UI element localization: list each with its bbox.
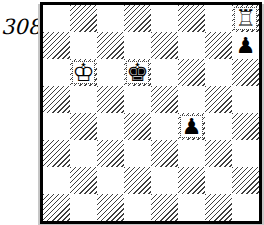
square-d5 (124, 86, 151, 113)
square-c4 (97, 113, 124, 140)
square-e2 (151, 167, 178, 194)
square-g3 (205, 140, 232, 167)
square-c2 (97, 167, 124, 194)
square-f2 (178, 167, 205, 194)
square-d7 (124, 32, 151, 59)
square-e7 (151, 32, 178, 59)
square-e4 (151, 113, 178, 140)
square-a7 (43, 32, 70, 59)
square-g5 (205, 86, 232, 113)
square-e5 (151, 86, 178, 113)
square-e1 (151, 194, 178, 221)
square-g1 (205, 194, 232, 221)
board-grid: ♖♟♔♚♟ (43, 5, 259, 221)
piece-black-king: ♚ (124, 59, 151, 86)
square-h6 (232, 59, 259, 86)
square-b3 (70, 140, 97, 167)
square-d2 (124, 167, 151, 194)
square-f4: ♟ (178, 113, 205, 140)
square-a2 (43, 167, 70, 194)
square-h1 (232, 194, 259, 221)
square-e3 (151, 140, 178, 167)
square-h4 (232, 113, 259, 140)
square-c1 (97, 194, 124, 221)
square-f1 (178, 194, 205, 221)
square-h8: ♖ (232, 5, 259, 32)
square-g7 (205, 32, 232, 59)
square-f7 (178, 32, 205, 59)
square-e6 (151, 59, 178, 86)
piece-white-king: ♔ (70, 59, 97, 86)
square-a8 (43, 5, 70, 32)
square-f3 (178, 140, 205, 167)
square-a4 (43, 113, 70, 140)
square-b5 (70, 86, 97, 113)
square-f5 (178, 86, 205, 113)
diagram-number: 308 (1, 15, 38, 39)
chess-board: ♖♟♔♚♟ (40, 2, 262, 224)
square-g4 (205, 113, 232, 140)
square-b1 (70, 194, 97, 221)
square-g6 (205, 59, 232, 86)
square-f6 (178, 59, 205, 86)
square-d8 (124, 5, 151, 32)
square-b8 (70, 5, 97, 32)
square-d1 (124, 194, 151, 221)
piece-black-pawn: ♟ (178, 113, 205, 140)
square-g2 (205, 167, 232, 194)
square-f8 (178, 5, 205, 32)
square-c7 (97, 32, 124, 59)
square-c3 (97, 140, 124, 167)
square-e8 (151, 5, 178, 32)
square-h3 (232, 140, 259, 167)
square-a6 (43, 59, 70, 86)
square-a5 (43, 86, 70, 113)
square-a1 (43, 194, 70, 221)
square-a3 (43, 140, 70, 167)
square-b2 (70, 167, 97, 194)
square-c8 (97, 5, 124, 32)
square-g8 (205, 5, 232, 32)
square-c5 (97, 86, 124, 113)
square-h5 (232, 86, 259, 113)
square-h2 (232, 167, 259, 194)
square-b4 (70, 113, 97, 140)
square-d4 (124, 113, 151, 140)
square-d6: ♚ (124, 59, 151, 86)
piece-black-pawn: ♟ (232, 32, 259, 59)
square-b6: ♔ (70, 59, 97, 86)
square-d3 (124, 140, 151, 167)
square-b7 (70, 32, 97, 59)
square-c6 (97, 59, 124, 86)
piece-white-rook: ♖ (232, 5, 259, 32)
square-h7: ♟ (232, 32, 259, 59)
